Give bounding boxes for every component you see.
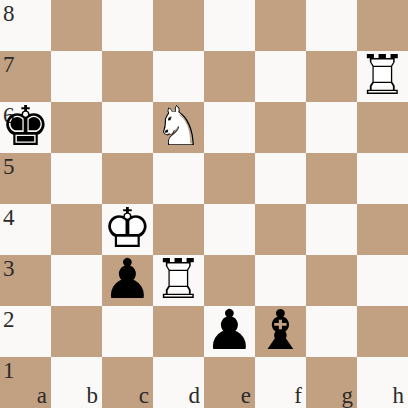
square-d5[interactable] bbox=[153, 153, 204, 204]
square-e6[interactable] bbox=[204, 102, 255, 153]
chess-diagram: 87♜♖6♚♞♘54♚♔3♟♜♖2♟♝1abcdefgh bbox=[0, 0, 408, 408]
square-c3[interactable]: ♟ bbox=[102, 255, 153, 306]
square-c6[interactable] bbox=[102, 102, 153, 153]
square-g3[interactable] bbox=[306, 255, 357, 306]
square-g2[interactable] bbox=[306, 306, 357, 357]
file-label-a: a bbox=[37, 384, 47, 407]
square-h2[interactable] bbox=[357, 306, 408, 357]
square-d1[interactable]: d bbox=[153, 357, 204, 408]
piece-white-knight-d6[interactable]: ♞♘ bbox=[153, 102, 204, 153]
square-f7[interactable] bbox=[255, 51, 306, 102]
square-f1[interactable]: f bbox=[255, 357, 306, 408]
square-d8[interactable] bbox=[153, 0, 204, 51]
black-pawn-icon: ♟ bbox=[102, 255, 153, 306]
square-g7[interactable] bbox=[306, 51, 357, 102]
square-f5[interactable] bbox=[255, 153, 306, 204]
piece-black-bishop-f2[interactable]: ♝ bbox=[255, 306, 306, 357]
file-label-e: e bbox=[241, 384, 251, 407]
rank-label-2: 2 bbox=[3, 308, 15, 331]
square-c1[interactable]: c bbox=[102, 357, 153, 408]
piece-black-pawn-e2[interactable]: ♟ bbox=[204, 306, 255, 357]
square-h4[interactable] bbox=[357, 204, 408, 255]
square-e1[interactable]: e bbox=[204, 357, 255, 408]
square-d6[interactable]: ♞♘ bbox=[153, 102, 204, 153]
square-g8[interactable] bbox=[306, 0, 357, 51]
square-e8[interactable] bbox=[204, 0, 255, 51]
square-h6[interactable] bbox=[357, 102, 408, 153]
square-h7[interactable]: ♜♖ bbox=[357, 51, 408, 102]
piece-black-king-a6[interactable]: ♚ bbox=[0, 102, 51, 153]
square-e7[interactable] bbox=[204, 51, 255, 102]
square-b7[interactable] bbox=[51, 51, 102, 102]
square-a4[interactable]: 4 bbox=[0, 204, 51, 255]
file-label-c: c bbox=[139, 384, 149, 407]
file-label-f: f bbox=[294, 384, 302, 407]
black-bishop-icon: ♝ bbox=[255, 306, 306, 357]
square-h5[interactable] bbox=[357, 153, 408, 204]
square-a6[interactable]: 6♚ bbox=[0, 102, 51, 153]
white-rook-icon: ♖ bbox=[153, 255, 204, 306]
white-rook-icon: ♖ bbox=[357, 51, 408, 102]
square-b5[interactable] bbox=[51, 153, 102, 204]
piece-black-pawn-c3[interactable]: ♟ bbox=[102, 255, 153, 306]
square-e5[interactable] bbox=[204, 153, 255, 204]
square-b1[interactable]: b bbox=[51, 357, 102, 408]
square-a3[interactable]: 3 bbox=[0, 255, 51, 306]
square-c7[interactable] bbox=[102, 51, 153, 102]
square-b2[interactable] bbox=[51, 306, 102, 357]
square-a5[interactable]: 5 bbox=[0, 153, 51, 204]
square-a1[interactable]: 1a bbox=[0, 357, 51, 408]
white-knight-icon: ♘ bbox=[153, 102, 204, 153]
square-d3[interactable]: ♜♖ bbox=[153, 255, 204, 306]
square-b6[interactable] bbox=[51, 102, 102, 153]
square-e2[interactable]: ♟ bbox=[204, 306, 255, 357]
rank-label-8: 8 bbox=[3, 2, 15, 25]
square-a8[interactable]: 8 bbox=[0, 0, 51, 51]
square-h1[interactable]: h bbox=[357, 357, 408, 408]
file-label-g: g bbox=[342, 384, 354, 407]
file-label-d: d bbox=[189, 384, 201, 407]
square-f8[interactable] bbox=[255, 0, 306, 51]
file-label-h: h bbox=[393, 384, 405, 407]
piece-white-rook-d3[interactable]: ♜♖ bbox=[153, 255, 204, 306]
rank-label-5: 5 bbox=[3, 155, 15, 178]
square-f2[interactable]: ♝ bbox=[255, 306, 306, 357]
rank-label-3: 3 bbox=[3, 257, 15, 280]
rank-label-4: 4 bbox=[3, 206, 15, 229]
square-b3[interactable] bbox=[51, 255, 102, 306]
chess-board: 87♜♖6♚♞♘54♚♔3♟♜♖2♟♝1abcdefgh bbox=[0, 0, 408, 408]
rank-label-7: 7 bbox=[3, 53, 15, 76]
square-g6[interactable] bbox=[306, 102, 357, 153]
file-label-b: b bbox=[87, 384, 99, 407]
square-a2[interactable]: 2 bbox=[0, 306, 51, 357]
rank-label-1: 1 bbox=[3, 359, 15, 382]
square-e4[interactable] bbox=[204, 204, 255, 255]
square-d2[interactable] bbox=[153, 306, 204, 357]
square-g1[interactable]: g bbox=[306, 357, 357, 408]
black-pawn-icon: ♟ bbox=[204, 306, 255, 357]
square-b4[interactable] bbox=[51, 204, 102, 255]
square-f6[interactable] bbox=[255, 102, 306, 153]
square-g4[interactable] bbox=[306, 204, 357, 255]
square-g5[interactable] bbox=[306, 153, 357, 204]
square-h3[interactable] bbox=[357, 255, 408, 306]
square-f4[interactable] bbox=[255, 204, 306, 255]
black-king-icon: ♚ bbox=[0, 102, 51, 153]
piece-white-rook-h7[interactable]: ♜♖ bbox=[357, 51, 408, 102]
square-c8[interactable] bbox=[102, 0, 153, 51]
square-b8[interactable] bbox=[51, 0, 102, 51]
square-c2[interactable] bbox=[102, 306, 153, 357]
